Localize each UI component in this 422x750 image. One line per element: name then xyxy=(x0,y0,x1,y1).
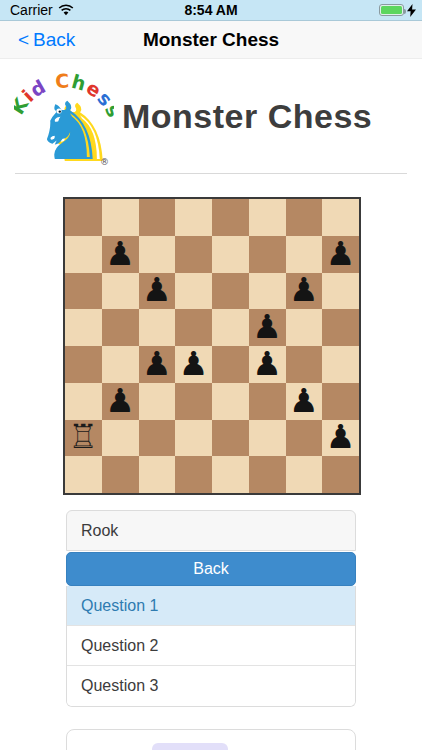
piece-black-pawn-b7: ♟ xyxy=(105,237,135,270)
square-e3 xyxy=(212,383,249,420)
square-d1 xyxy=(175,456,212,493)
square-e6 xyxy=(212,273,249,310)
piece-black-pawn-h2: ♟ xyxy=(326,420,356,453)
piece-black-pawn-g6: ♟ xyxy=(289,273,319,306)
square-g1 xyxy=(286,456,323,493)
carrier-label: Carrier xyxy=(10,2,53,18)
nav-back-label: Back xyxy=(33,29,75,51)
square-c7 xyxy=(139,236,176,273)
square-e2 xyxy=(212,420,249,457)
square-d6 xyxy=(175,273,212,310)
square-f8 xyxy=(249,199,286,236)
square-a6 xyxy=(65,273,102,310)
square-a5 xyxy=(65,309,102,346)
question-list: Question 1Question 2Question 3 xyxy=(66,586,356,707)
square-e4 xyxy=(212,346,249,383)
header-divider xyxy=(15,173,407,174)
piece-black-pawn-g3: ♟ xyxy=(289,384,319,417)
square-e8 xyxy=(212,199,249,236)
square-c4: ♟ xyxy=(139,346,176,383)
square-d2 xyxy=(175,420,212,457)
piece-name-header: Rook xyxy=(66,510,356,551)
square-f4: ♟ xyxy=(249,346,286,383)
battery-icon xyxy=(379,4,404,16)
piece-black-pawn-c4: ♟ xyxy=(142,347,172,380)
square-b8 xyxy=(102,199,139,236)
nav-bar: < Back Monster Chess xyxy=(0,21,422,59)
piece-black-pawn-f5: ♟ xyxy=(252,310,282,343)
wifi-icon xyxy=(58,4,74,16)
square-d8 xyxy=(175,199,212,236)
square-h1 xyxy=(322,456,359,493)
piece-black-pawn-c6: ♟ xyxy=(142,273,172,306)
square-c2 xyxy=(139,420,176,457)
square-b5 xyxy=(102,309,139,346)
square-c6: ♟ xyxy=(139,273,176,310)
square-h8 xyxy=(322,199,359,236)
kid-chess-logo: Kid Chess ♞ ♞ ® xyxy=(14,63,114,169)
registered-mark: ® xyxy=(100,157,109,167)
page-title: Monster Chess xyxy=(122,97,372,136)
square-a1 xyxy=(65,456,102,493)
piece-white-rook-a2: ♖ xyxy=(69,420,99,453)
back-chevron-icon: < xyxy=(18,29,29,51)
question-item-3[interactable]: Question 3 xyxy=(67,666,355,706)
square-h5 xyxy=(322,309,359,346)
square-g8 xyxy=(286,199,323,236)
square-f6 xyxy=(249,273,286,310)
square-g2 xyxy=(286,420,323,457)
nav-back-button[interactable]: < Back xyxy=(18,29,75,51)
square-b3: ♟ xyxy=(102,383,139,420)
time-value-field[interactable]: 10 xyxy=(152,743,228,750)
square-a2: ♖ xyxy=(65,420,102,457)
quiz-panel: Rook Back Question 1Question 2Question 3 xyxy=(66,510,356,707)
square-d4: ♟ xyxy=(175,346,212,383)
square-h6 xyxy=(322,273,359,310)
square-d7 xyxy=(175,236,212,273)
svg-text:♞: ♞ xyxy=(34,85,106,169)
time-card: Time 10 xyxy=(66,729,356,750)
app-header: Kid Chess ♞ ♞ ® Monster Chess xyxy=(0,59,422,173)
square-b7: ♟ xyxy=(102,236,139,273)
chess-board: ♟♟♟♟♟♟♟♟♟♟♖♟ xyxy=(63,197,361,495)
square-f5: ♟ xyxy=(249,309,286,346)
back-button[interactable]: Back xyxy=(66,552,356,586)
piece-black-pawn-b3: ♟ xyxy=(105,384,135,417)
square-d5 xyxy=(175,309,212,346)
charging-bolt-icon xyxy=(407,4,416,17)
square-a8 xyxy=(65,199,102,236)
square-h7: ♟ xyxy=(322,236,359,273)
square-f3 xyxy=(249,383,286,420)
square-f2 xyxy=(249,420,286,457)
square-b2 xyxy=(102,420,139,457)
square-c3 xyxy=(139,383,176,420)
square-g7 xyxy=(286,236,323,273)
square-b6 xyxy=(102,273,139,310)
square-a7 xyxy=(65,236,102,273)
app-screen: Carrier 8:54 AM < Back Monster Chess xyxy=(0,0,422,750)
square-b1 xyxy=(102,456,139,493)
square-e5 xyxy=(212,309,249,346)
square-h4 xyxy=(322,346,359,383)
square-h2: ♟ xyxy=(322,420,359,457)
square-b4 xyxy=(102,346,139,383)
status-bar: Carrier 8:54 AM xyxy=(0,0,422,21)
square-h3 xyxy=(322,383,359,420)
square-f1 xyxy=(249,456,286,493)
square-g3: ♟ xyxy=(286,383,323,420)
square-c1 xyxy=(139,456,176,493)
question-item-1[interactable]: Question 1 xyxy=(67,586,355,626)
square-a4 xyxy=(65,346,102,383)
square-d3 xyxy=(175,383,212,420)
square-e7 xyxy=(212,236,249,273)
square-g6: ♟ xyxy=(286,273,323,310)
square-a3 xyxy=(65,383,102,420)
square-g4 xyxy=(286,346,323,383)
square-e1 xyxy=(212,456,249,493)
square-c5 xyxy=(139,309,176,346)
piece-black-pawn-d4: ♟ xyxy=(179,347,209,380)
piece-black-pawn-h7: ♟ xyxy=(326,237,356,270)
square-f7 xyxy=(249,236,286,273)
square-g5 xyxy=(286,309,323,346)
question-item-2[interactable]: Question 2 xyxy=(67,626,355,666)
square-c8 xyxy=(139,199,176,236)
piece-black-pawn-f4: ♟ xyxy=(252,347,282,380)
